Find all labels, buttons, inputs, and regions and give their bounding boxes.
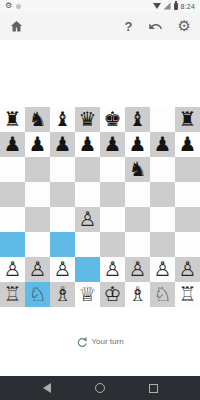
piece-R: ♖ [4, 282, 22, 307]
square-e3-empty[interactable] [100, 232, 125, 257]
square-e2-P[interactable]: ♙ [100, 257, 125, 282]
piece-P: ♙ [154, 257, 172, 282]
square-h8-r[interactable]: ♜ [175, 107, 200, 132]
square-g2-P[interactable]: ♙ [150, 257, 175, 282]
square-h6-empty[interactable] [175, 157, 200, 182]
square-e8-k[interactable]: ♚ [100, 107, 125, 132]
square-h1-R[interactable]: ♖ [175, 282, 200, 307]
piece-p: ♟ [104, 132, 122, 157]
square-b3-empty[interactable] [25, 232, 50, 257]
square-h4-empty[interactable] [175, 207, 200, 232]
piece-P: ♙ [129, 257, 147, 282]
square-c5-empty[interactable] [50, 182, 75, 207]
turn-arrow-icon [76, 336, 87, 347]
piece-p: ♟ [54, 132, 72, 157]
phone-screen: ⚙ 8:24 ? ⚙ ♜♞♝♛♚♝♜♟♟♟♟♟♟♟♟♞♙♙♙♙♙♙♙♙♖♘♗♕♔… [0, 0, 200, 400]
square-a8-r[interactable]: ♜ [0, 107, 25, 132]
square-f5-empty[interactable] [125, 182, 150, 207]
chess-board: ♜♞♝♛♚♝♜♟♟♟♟♟♟♟♟♞♙♙♙♙♙♙♙♙♖♘♗♕♔♗♘♖ [0, 107, 200, 307]
piece-b: ♝ [129, 107, 147, 132]
square-f8-b[interactable]: ♝ [125, 107, 150, 132]
android-nav-bar [0, 376, 200, 400]
piece-P: ♙ [179, 257, 197, 282]
square-f7-p[interactable]: ♟ [125, 132, 150, 157]
nav-back-button[interactable] [43, 383, 51, 393]
piece-n: ♞ [129, 157, 147, 182]
square-g6-empty[interactable] [150, 157, 175, 182]
turn-indicator-label: Your turn [91, 337, 123, 346]
square-d1-Q[interactable]: ♕ [75, 282, 100, 307]
square-f3-empty[interactable] [125, 232, 150, 257]
square-d3-empty[interactable] [75, 232, 100, 257]
square-g1-N[interactable]: ♘ [150, 282, 175, 307]
square-e7-p[interactable]: ♟ [100, 132, 125, 157]
piece-b: ♝ [54, 107, 72, 132]
square-h2-P[interactable]: ♙ [175, 257, 200, 282]
piece-P: ♙ [4, 257, 22, 282]
square-g8-empty[interactable] [150, 107, 175, 132]
cell-signal-icon [164, 3, 171, 10]
square-g4-empty[interactable] [150, 207, 175, 232]
square-b1-N[interactable]: ♘ [25, 282, 50, 307]
square-e4-empty[interactable] [100, 207, 125, 232]
square-d7-p[interactable]: ♟ [75, 132, 100, 157]
status-notification-area: ⚙ [5, 2, 21, 10]
settings-gear-icon[interactable]: ⚙ [178, 19, 191, 34]
square-h5-empty[interactable] [175, 182, 200, 207]
square-f1-B[interactable]: ♗ [125, 282, 150, 307]
square-d2-empty[interactable] [75, 257, 100, 282]
toolbar-actions: ? ⚙ [125, 19, 191, 34]
square-c2-P[interactable]: ♙ [50, 257, 75, 282]
piece-q: ♛ [79, 107, 97, 132]
status-system-area: 8:24 [153, 3, 195, 10]
square-d5-empty[interactable] [75, 182, 100, 207]
piece-p: ♟ [29, 132, 47, 157]
square-c4-empty[interactable] [50, 207, 75, 232]
square-f2-P[interactable]: ♙ [125, 257, 150, 282]
piece-P: ♙ [79, 207, 97, 232]
battery-icon [174, 3, 178, 10]
square-b7-p[interactable]: ♟ [25, 132, 50, 157]
piece-r: ♜ [4, 107, 22, 132]
square-a4-empty[interactable] [0, 207, 25, 232]
clock-time: 8:24 [181, 3, 195, 10]
square-a3-empty[interactable] [0, 232, 25, 257]
square-c6-empty[interactable] [50, 157, 75, 182]
square-c3-empty[interactable] [50, 232, 75, 257]
square-d4-P[interactable]: ♙ [75, 207, 100, 232]
square-a6-empty[interactable] [0, 157, 25, 182]
piece-p: ♟ [179, 132, 197, 157]
square-f4-empty[interactable] [125, 207, 150, 232]
square-b8-n[interactable]: ♞ [25, 107, 50, 132]
square-b2-P[interactable]: ♙ [25, 257, 50, 282]
square-b5-empty[interactable] [25, 182, 50, 207]
piece-k: ♚ [104, 107, 122, 132]
piece-N: ♘ [29, 282, 47, 307]
piece-p: ♟ [154, 132, 172, 157]
square-e6-empty[interactable] [100, 157, 125, 182]
notification-gear-icon: ⚙ [5, 2, 12, 10]
wifi-icon [153, 3, 161, 9]
nav-recents-button[interactable] [149, 384, 158, 393]
square-h3-empty[interactable] [175, 232, 200, 257]
piece-P: ♙ [29, 257, 47, 282]
square-c1-B[interactable]: ♗ [50, 282, 75, 307]
undo-icon[interactable] [148, 19, 163, 34]
square-a7-p[interactable]: ♟ [0, 132, 25, 157]
square-c8-b[interactable]: ♝ [50, 107, 75, 132]
piece-R: ♖ [179, 282, 197, 307]
piece-B: ♗ [54, 282, 72, 307]
square-e5-empty[interactable] [100, 182, 125, 207]
piece-p: ♟ [129, 132, 147, 157]
square-g5-empty[interactable] [150, 182, 175, 207]
status-bar: ⚙ 8:24 [0, 0, 200, 12]
piece-B: ♗ [129, 282, 147, 307]
piece-p: ♟ [79, 132, 97, 157]
piece-r: ♜ [179, 107, 197, 132]
square-a1-R[interactable]: ♖ [0, 282, 25, 307]
home-icon[interactable] [9, 19, 24, 34]
square-a5-empty[interactable] [0, 182, 25, 207]
square-h7-p[interactable]: ♟ [175, 132, 200, 157]
piece-N: ♘ [154, 282, 172, 307]
square-d6-empty[interactable] [75, 157, 100, 182]
square-e1-K[interactable]: ♔ [100, 282, 125, 307]
square-d8-q[interactable]: ♛ [75, 107, 100, 132]
piece-p: ♟ [4, 132, 22, 157]
notification-dot-icon [16, 4, 21, 9]
piece-n: ♞ [29, 107, 47, 132]
square-f6-n[interactable]: ♞ [125, 157, 150, 182]
piece-Q: ♕ [79, 282, 97, 307]
square-a2-P[interactable]: ♙ [0, 257, 25, 282]
help-button[interactable]: ? [125, 19, 133, 34]
turn-indicator: Your turn [0, 334, 200, 348]
piece-K: ♔ [104, 282, 122, 307]
piece-P: ♙ [104, 257, 122, 282]
piece-P: ♙ [54, 257, 72, 282]
square-g7-p[interactable]: ♟ [150, 132, 175, 157]
square-c7-p[interactable]: ♟ [50, 132, 75, 157]
nav-home-button[interactable] [95, 383, 105, 393]
square-b6-empty[interactable] [25, 157, 50, 182]
square-b4-empty[interactable] [25, 207, 50, 232]
square-g3-empty[interactable] [150, 232, 175, 257]
app-toolbar: ? ⚙ [0, 12, 200, 40]
